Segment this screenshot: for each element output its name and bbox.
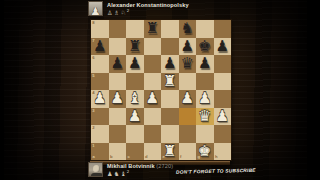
square-d6[interactable] [144,55,162,73]
square-h1[interactable]: h [214,143,232,161]
square-f1[interactable]: f [179,143,197,161]
black-rook-d8[interactable]: ♜ [144,20,162,38]
square-a6[interactable]: 6 [91,55,109,73]
file-label-d: d [145,155,148,160]
captured-black-knight-icon: ♞ [114,170,120,177]
white-pawn-a4[interactable]: ♟ [91,90,109,108]
white-pawn-d4[interactable]: ♟ [144,90,162,108]
square-b1[interactable]: b [109,143,127,161]
rank-label-5: 5 [92,74,94,79]
square-g3[interactable]: ♛ [196,108,214,126]
square-c2[interactable] [126,125,144,143]
square-h7[interactable]: ♟ [214,38,232,56]
white-queen-g3[interactable]: ♛ [196,108,214,126]
rank-label-2: 2 [92,126,94,131]
square-h2[interactable] [214,125,232,143]
square-f5[interactable] [179,73,197,91]
captured-pieces-tray-top: ♙♗♘2 [107,9,189,16]
captured-black-bishop-count: 2 [127,170,130,174]
square-a1[interactable]: 1a [91,143,109,161]
square-a8[interactable]: 8 [91,20,109,38]
square-a2[interactable]: 2 [91,125,109,143]
captured-pieces-tray-bottom: ♟♞♝2 [107,170,173,177]
square-e2[interactable] [161,125,179,143]
white-pawn-g4[interactable]: ♟ [196,90,214,108]
square-g7[interactable]: ♚ [196,38,214,56]
player-top-avatar: ♟ [88,1,103,16]
captured-black-bishop-icon: ♝ [121,170,127,177]
square-d4[interactable]: ♟ [144,90,162,108]
square-d3[interactable] [144,108,162,126]
square-g2[interactable] [196,125,214,143]
square-h5[interactable] [214,73,232,91]
square-g4[interactable]: ♟ [196,90,214,108]
rank-label-6: 6 [92,56,94,61]
square-c8[interactable] [126,20,144,38]
square-e1[interactable]: e♜ [161,143,179,161]
square-e6[interactable]: ♟ [161,55,179,73]
rank-label-1: 1 [92,144,94,149]
player-bottom: Mikhail Botvinnik (2720) ♟♞♝2 [88,162,173,177]
square-b8[interactable] [109,20,127,38]
white-pawn-c3[interactable]: ♟ [126,108,144,126]
square-f2[interactable] [179,125,197,143]
black-pawn-f7[interactable]: ♟ [179,38,197,56]
square-e4[interactable] [161,90,179,108]
square-g6[interactable]: ♟ [196,55,214,73]
chess-board: 8♜♞7♟♜♟♚♟6♟♟♟♛♟5♜4♟♟♝♟♟♟3♟♛♟21abcde♜fg♚h [90,19,232,161]
black-rook-c7[interactable]: ♜ [126,38,144,56]
portrait-head [93,165,100,173]
square-b4[interactable]: ♟ [109,90,127,108]
black-king-g7[interactable]: ♚ [196,38,214,56]
black-pawn-e6[interactable]: ♟ [161,55,179,73]
square-c3[interactable]: ♟ [126,108,144,126]
white-bishop-c4[interactable]: ♝ [126,90,144,108]
white-rook-e5[interactable]: ♜ [161,73,179,91]
square-f3[interactable] [179,108,197,126]
square-e7[interactable] [161,38,179,56]
white-pawn-f4[interactable]: ♟ [179,90,197,108]
pawn-avatar-icon: ♟ [90,5,101,16]
square-g5[interactable] [196,73,214,91]
white-pawn-h3[interactable]: ♟ [214,108,232,126]
square-c5[interactable] [126,73,144,91]
black-pawn-b6[interactable]: ♟ [109,55,127,73]
square-e5[interactable]: ♜ [161,73,179,91]
player-bottom-name: Mikhail Botvinnik (2720) [107,163,173,170]
square-e3[interactable] [161,108,179,126]
square-d5[interactable] [144,73,162,91]
square-h3[interactable]: ♟ [214,108,232,126]
file-label-b: b [110,155,113,160]
square-c7[interactable]: ♜ [126,38,144,56]
white-rook-e1[interactable]: ♜ [161,143,179,161]
player-bottom-avatar [88,162,103,177]
player-top: ♟ Alexander Konstantinopolsky ♙♗♘2 [88,1,189,16]
square-f7[interactable]: ♟ [179,38,197,56]
square-f8[interactable]: ♞ [179,20,197,38]
square-g8[interactable] [196,20,214,38]
square-d7[interactable] [144,38,162,56]
player-bottom-rating: (2720) [156,163,173,169]
square-c6[interactable]: ♟ [126,55,144,73]
square-a5[interactable]: 5 [91,73,109,91]
black-pawn-c6[interactable]: ♟ [126,55,144,73]
file-label-a: a [93,155,95,160]
square-g1[interactable]: g♚ [196,143,214,161]
file-label-c: c [128,155,130,160]
black-pawn-g6[interactable]: ♟ [196,55,214,73]
captured-white-knight-icon: ♘ [121,9,127,16]
square-a4[interactable]: 4♟ [91,90,109,108]
square-h4[interactable] [214,90,232,108]
captured-white-bishop-icon: ♗ [114,9,120,16]
player-bottom-name-text: Mikhail Botvinnik [107,163,155,169]
white-king-g1[interactable]: ♚ [196,143,214,161]
square-e8[interactable] [161,20,179,38]
video-frame: ♟ Alexander Konstantinopolsky ♙♗♘2 8♜♞7♟… [0,0,320,180]
square-d1[interactable]: d [144,143,162,161]
square-c1[interactable]: c [126,143,144,161]
square-a7[interactable]: 7♟ [91,38,109,56]
square-a3[interactable]: 3 [91,108,109,126]
file-label-h: h [215,155,218,160]
portrait-body [91,173,103,178]
black-pawn-a7[interactable]: ♟ [91,38,109,56]
black-pawn-h7[interactable]: ♟ [214,38,232,56]
square-f4[interactable]: ♟ [179,90,197,108]
captured-white-knight-count: 2 [127,9,130,13]
square-b3[interactable] [109,108,127,126]
white-pawn-b4[interactable]: ♟ [109,90,127,108]
black-queen-f6[interactable]: ♛ [179,55,197,73]
player-top-name: Alexander Konstantinopolsky [107,2,189,9]
square-h6[interactable] [214,55,232,73]
rank-label-3: 3 [92,109,94,114]
square-f6[interactable]: ♛ [179,55,197,73]
rank-label-8: 8 [92,21,94,26]
captured-black-pawn-icon: ♟ [107,170,113,177]
square-h8[interactable] [214,20,232,38]
file-label-f: f [180,155,181,160]
square-b6[interactable]: ♟ [109,55,127,73]
square-b2[interactable] [109,125,127,143]
chess-board-area: 8♜♞7♟♜♟♚♟6♟♟♟♛♟5♜4♟♟♝♟♟♟3♟♛♟21abcde♜fg♚h [90,19,230,165]
captured-white-pawn-icon: ♙ [107,9,113,16]
square-d2[interactable] [144,125,162,143]
black-knight-f8[interactable]: ♞ [179,20,197,38]
square-c4[interactable]: ♝ [126,90,144,108]
square-b7[interactable] [109,38,127,56]
square-b5[interactable] [109,73,127,91]
square-d8[interactable]: ♜ [144,20,162,38]
